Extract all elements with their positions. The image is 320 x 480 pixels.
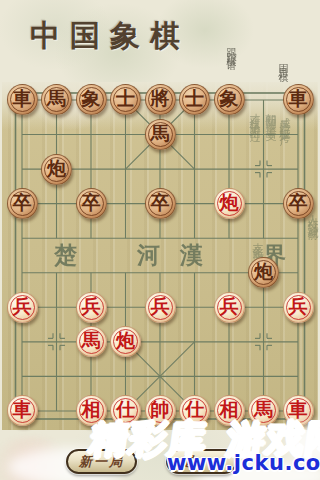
black-elephant[interactable]: 象 <box>76 84 107 115</box>
background-script-column-right: 固思棋 <box>276 56 290 68</box>
app-screen: 中国象棋 跟踪棋谱 固思棋 楚 河 漢 界 才对棋子将困过朝阴阴珠呈出支成秀流行… <box>0 0 320 480</box>
black-advisor[interactable]: 士 <box>110 84 141 115</box>
black-soldier[interactable]: 卒 <box>7 188 38 219</box>
xiangqi-board[interactable]: 楚 河 漢 界 才对棋子将困过朝阴阴珠呈出支成秀流行极考广人对玩游就前支化而来 … <box>2 82 318 430</box>
red-cannon[interactable]: 炮 <box>214 188 245 219</box>
black-elephant[interactable]: 象 <box>214 84 245 115</box>
red-soldier[interactable]: 兵 <box>7 292 38 323</box>
red-cannon[interactable]: 炮 <box>110 326 141 357</box>
black-horse[interactable]: 馬 <box>145 119 176 150</box>
background-script-column-left: 跟踪棋谱 <box>224 40 238 56</box>
black-chariot[interactable]: 車 <box>7 84 38 115</box>
red-soldier[interactable]: 兵 <box>214 292 245 323</box>
black-advisor[interactable]: 士 <box>179 84 210 115</box>
red-soldier[interactable]: 兵 <box>283 292 314 323</box>
black-cannon[interactable]: 炮 <box>41 154 72 185</box>
black-soldier[interactable]: 卒 <box>145 188 176 219</box>
black-soldier[interactable]: 卒 <box>76 188 107 219</box>
pieces-layer: 車馬象士將士象車馬炮卒卒卒炮卒炮兵兵兵兵兵馬炮車相仕帥仕相馬車 <box>5 83 316 428</box>
red-soldier[interactable]: 兵 <box>76 292 107 323</box>
black-horse[interactable]: 馬 <box>41 84 72 115</box>
black-cannon[interactable]: 炮 <box>248 257 279 288</box>
app-title: 中国象棋 <box>30 16 290 57</box>
site-url: www.jcku.com <box>167 451 320 475</box>
red-soldier[interactable]: 兵 <box>145 292 176 323</box>
red-chariot[interactable]: 車 <box>7 395 38 426</box>
red-horse[interactable]: 馬 <box>76 326 107 357</box>
black-chariot[interactable]: 車 <box>283 84 314 115</box>
black-soldier[interactable]: 卒 <box>283 188 314 219</box>
black-general[interactable]: 將 <box>145 84 176 115</box>
